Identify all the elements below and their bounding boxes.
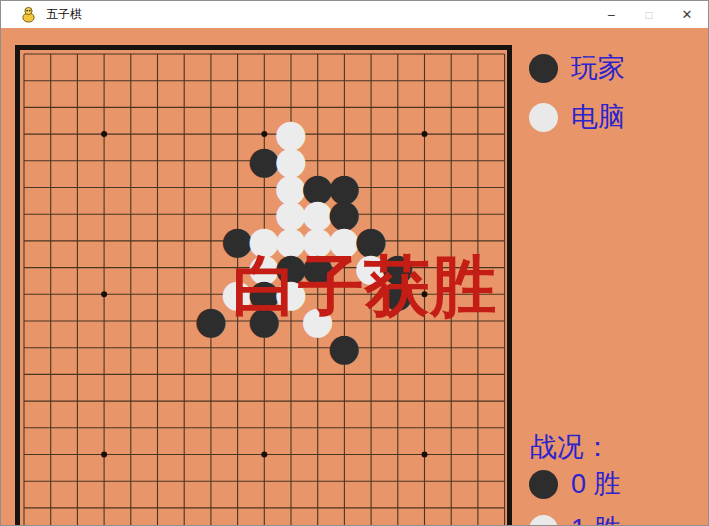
- board-cell[interactable]: [37, 227, 64, 254]
- board-cell[interactable]: [11, 307, 38, 334]
- board-cell[interactable]: [117, 120, 144, 147]
- board-cell[interactable]: [117, 307, 144, 334]
- board-cell[interactable]: [197, 521, 224, 526]
- board-cell[interactable]: [411, 147, 438, 174]
- board-cell[interactable]: [37, 40, 64, 67]
- board-cell[interactable]: [464, 147, 491, 174]
- board-cell[interactable]: [117, 147, 144, 174]
- board-cell[interactable]: [384, 120, 411, 147]
- board-cell[interactable]: [144, 334, 171, 361]
- board-cell[interactable]: [491, 40, 518, 67]
- board-cell[interactable]: [91, 467, 118, 494]
- board-cell[interactable]: [224, 40, 251, 67]
- board-cell[interactable]: [411, 174, 438, 201]
- board-cell[interactable]: [384, 414, 411, 441]
- board-cell[interactable]: [91, 280, 118, 307]
- board-cell[interactable]: [197, 120, 224, 147]
- board-cell[interactable]: [331, 360, 358, 387]
- board-cell[interactable]: [277, 414, 304, 441]
- board-cell[interactable]: [411, 494, 438, 521]
- board-cell[interactable]: [91, 360, 118, 387]
- black-stone-icon: [529, 54, 558, 83]
- board-cell[interactable]: [384, 494, 411, 521]
- board-cell[interactable]: [171, 227, 198, 254]
- board-cell[interactable]: [331, 120, 358, 147]
- board-cell[interactable]: [438, 441, 465, 468]
- board-cell[interactable]: [197, 387, 224, 414]
- board-cell[interactable]: [171, 441, 198, 468]
- board-cell[interactable]: [438, 414, 465, 441]
- board-cell[interactable]: [171, 494, 198, 521]
- board-cell[interactable]: [358, 414, 385, 441]
- board-cell[interactable]: [384, 94, 411, 121]
- board-cell[interactable]: [197, 67, 224, 94]
- board-cell[interactable]: [144, 94, 171, 121]
- board-cell[interactable]: [438, 147, 465, 174]
- board-cell[interactable]: [358, 441, 385, 468]
- board-cell[interactable]: [491, 467, 518, 494]
- board-cell[interactable]: [91, 200, 118, 227]
- board-cell[interactable]: [91, 94, 118, 121]
- board-cell[interactable]: [171, 120, 198, 147]
- board-cell[interactable]: [144, 414, 171, 441]
- board-cell[interactable]: [491, 67, 518, 94]
- board-cell[interactable]: [91, 441, 118, 468]
- board-cell[interactable]: [91, 227, 118, 254]
- board-cell[interactable]: [224, 441, 251, 468]
- board-cell[interactable]: [411, 40, 438, 67]
- board-cell[interactable]: [277, 441, 304, 468]
- board-cell[interactable]: [464, 67, 491, 94]
- board-cell[interactable]: [11, 174, 38, 201]
- board-cell[interactable]: [358, 521, 385, 526]
- board-cell[interactable]: [304, 360, 331, 387]
- board-cell[interactable]: [491, 414, 518, 441]
- board-cell[interactable]: [491, 334, 518, 361]
- board-cell[interactable]: [304, 94, 331, 121]
- board-cell[interactable]: [171, 414, 198, 441]
- board-cell[interactable]: [171, 360, 198, 387]
- board-cell[interactable]: [144, 40, 171, 67]
- board-cell[interactable]: [64, 494, 91, 521]
- board-cell[interactable]: [91, 414, 118, 441]
- board-cell[interactable]: [251, 67, 278, 94]
- board-cell[interactable]: [304, 120, 331, 147]
- board-cell[interactable]: [384, 521, 411, 526]
- board-cell[interactable]: [37, 147, 64, 174]
- board-cell[interactable]: [464, 387, 491, 414]
- board-cell[interactable]: [491, 494, 518, 521]
- board-cell[interactable]: [384, 467, 411, 494]
- score-black-row: 0 胜: [529, 469, 621, 499]
- board-cell[interactable]: [277, 360, 304, 387]
- board-cell[interactable]: [144, 174, 171, 201]
- board-cell[interactable]: [277, 67, 304, 94]
- board-cell[interactable]: [411, 467, 438, 494]
- board-cell[interactable]: [64, 521, 91, 526]
- board-cell[interactable]: [171, 467, 198, 494]
- board-cell[interactable]: [331, 387, 358, 414]
- board-cell[interactable]: [117, 174, 144, 201]
- board-cell[interactable]: [37, 67, 64, 94]
- board-cell[interactable]: [304, 467, 331, 494]
- board-cell[interactable]: [144, 147, 171, 174]
- board-cell[interactable]: [11, 280, 38, 307]
- board-cell[interactable]: [224, 67, 251, 94]
- board-cell[interactable]: [438, 40, 465, 67]
- board-cell[interactable]: [11, 494, 38, 521]
- board-cell[interactable]: [64, 200, 91, 227]
- board-cell[interactable]: [37, 360, 64, 387]
- board-cell[interactable]: [251, 494, 278, 521]
- board-cell[interactable]: [251, 387, 278, 414]
- board-cell[interactable]: [91, 387, 118, 414]
- board-cell[interactable]: [411, 120, 438, 147]
- board-cell[interactable]: [144, 200, 171, 227]
- board-cell[interactable]: [11, 67, 38, 94]
- board-cell[interactable]: [64, 334, 91, 361]
- board-cell[interactable]: [64, 147, 91, 174]
- board-cell[interactable]: [331, 494, 358, 521]
- board-cell[interactable]: [224, 521, 251, 526]
- board-cell[interactable]: [358, 334, 385, 361]
- board-cell[interactable]: [144, 441, 171, 468]
- board-cell[interactable]: [91, 40, 118, 67]
- board-cell[interactable]: [91, 254, 118, 281]
- board-cell[interactable]: [64, 307, 91, 334]
- board-cell[interactable]: [117, 40, 144, 67]
- board-cell[interactable]: [197, 360, 224, 387]
- board-cell[interactable]: [384, 174, 411, 201]
- board-cell[interactable]: [358, 494, 385, 521]
- board-cell[interactable]: [224, 467, 251, 494]
- board-cell[interactable]: [91, 494, 118, 521]
- board-cell[interactable]: [411, 360, 438, 387]
- board-cell[interactable]: [491, 200, 518, 227]
- board-cell[interactable]: [384, 360, 411, 387]
- board-cell[interactable]: [411, 414, 438, 441]
- board-cell[interactable]: [491, 360, 518, 387]
- board-cell[interactable]: [224, 174, 251, 201]
- board-cell[interactable]: [144, 521, 171, 526]
- board-cell[interactable]: [64, 40, 91, 67]
- board-cell[interactable]: [144, 67, 171, 94]
- board-cell[interactable]: [37, 467, 64, 494]
- board-cell[interactable]: [224, 94, 251, 121]
- board-cell[interactable]: [464, 521, 491, 526]
- board-cell[interactable]: [304, 67, 331, 94]
- board-cell[interactable]: [331, 467, 358, 494]
- board-cell[interactable]: [277, 521, 304, 526]
- board-cell[interactable]: [358, 387, 385, 414]
- board-cell[interactable]: [171, 40, 198, 67]
- board-cell[interactable]: [224, 360, 251, 387]
- board-cell[interactable]: [277, 494, 304, 521]
- board-cell[interactable]: [384, 147, 411, 174]
- board-cell[interactable]: [117, 94, 144, 121]
- board-cell[interactable]: [37, 414, 64, 441]
- board-cell[interactable]: [304, 387, 331, 414]
- board-cell[interactable]: [11, 521, 38, 526]
- board-cell[interactable]: [411, 67, 438, 94]
- board-cell[interactable]: [224, 494, 251, 521]
- board-cell[interactable]: [358, 94, 385, 121]
- board-cell[interactable]: [11, 360, 38, 387]
- board-cell[interactable]: [171, 334, 198, 361]
- board-cell[interactable]: [91, 174, 118, 201]
- board-cell[interactable]: [491, 441, 518, 468]
- board-cell[interactable]: [331, 40, 358, 67]
- board-cell[interactable]: [464, 174, 491, 201]
- board-cell[interactable]: [11, 441, 38, 468]
- board-cell[interactable]: [411, 387, 438, 414]
- board-cell[interactable]: [277, 467, 304, 494]
- board-cell[interactable]: [384, 40, 411, 67]
- board-cell[interactable]: [438, 334, 465, 361]
- board-cell[interactable]: [438, 521, 465, 526]
- board-cell[interactable]: [91, 334, 118, 361]
- board-cell[interactable]: [464, 441, 491, 468]
- board-cell[interactable]: [331, 67, 358, 94]
- board-cell[interactable]: [251, 441, 278, 468]
- board-cell[interactable]: [144, 494, 171, 521]
- board-cell[interactable]: [37, 494, 64, 521]
- board-cell[interactable]: [117, 387, 144, 414]
- board-cell[interactable]: [464, 414, 491, 441]
- board-cell[interactable]: [384, 387, 411, 414]
- board-cell[interactable]: [384, 334, 411, 361]
- board-cell[interactable]: [491, 94, 518, 121]
- board-cell[interactable]: [11, 414, 38, 441]
- board-cell[interactable]: [144, 467, 171, 494]
- board-cell[interactable]: [144, 227, 171, 254]
- board-cell[interactable]: [251, 334, 278, 361]
- board-cell[interactable]: [464, 467, 491, 494]
- board-cell[interactable]: [438, 387, 465, 414]
- board-cell[interactable]: [464, 120, 491, 147]
- board-cell[interactable]: [91, 67, 118, 94]
- board-cell[interactable]: [37, 441, 64, 468]
- board-cell[interactable]: [117, 334, 144, 361]
- board-cell[interactable]: [464, 494, 491, 521]
- board-cell[interactable]: [358, 147, 385, 174]
- board-cell[interactable]: [144, 307, 171, 334]
- board-cell[interactable]: [11, 200, 38, 227]
- board-cell[interactable]: [197, 40, 224, 67]
- computer-label: 电脑: [571, 99, 625, 135]
- board-cell[interactable]: [358, 40, 385, 67]
- board-cell[interactable]: [304, 494, 331, 521]
- board-cell[interactable]: [64, 414, 91, 441]
- board-cell[interactable]: [224, 414, 251, 441]
- board-cell[interactable]: [197, 414, 224, 441]
- board-cell[interactable]: [64, 467, 91, 494]
- board-cell[interactable]: [331, 414, 358, 441]
- board-cell[interactable]: [11, 40, 38, 67]
- board-cell[interactable]: [91, 521, 118, 526]
- board-cell[interactable]: [64, 360, 91, 387]
- board-cell[interactable]: [117, 67, 144, 94]
- board-cell[interactable]: [491, 120, 518, 147]
- board-cell[interactable]: [64, 94, 91, 121]
- board-cell[interactable]: [64, 174, 91, 201]
- board-cell[interactable]: [358, 467, 385, 494]
- board-cell[interactable]: [464, 200, 491, 227]
- board-cell[interactable]: [144, 254, 171, 281]
- board-cell[interactable]: [64, 67, 91, 94]
- board-cell[interactable]: [251, 360, 278, 387]
- board-cell[interactable]: [251, 467, 278, 494]
- black-stone: ●: [328, 334, 361, 361]
- board-cell[interactable]: ●: [197, 307, 224, 334]
- board-cell[interactable]: [491, 174, 518, 201]
- board-cell[interactable]: [491, 147, 518, 174]
- board-cell[interactable]: [171, 174, 198, 201]
- board-cell[interactable]: [277, 334, 304, 361]
- board-cell[interactable]: [11, 334, 38, 361]
- board-cell[interactable]: [411, 521, 438, 526]
- board-cell[interactable]: [171, 67, 198, 94]
- board-cell[interactable]: [464, 94, 491, 121]
- maximize-button[interactable]: □: [630, 1, 668, 28]
- board-cell[interactable]: [304, 40, 331, 67]
- board-cell[interactable]: [37, 120, 64, 147]
- board-cell[interactable]: [411, 200, 438, 227]
- board-cell[interactable]: [64, 280, 91, 307]
- board-cell[interactable]: [117, 521, 144, 526]
- board-cell[interactable]: [144, 387, 171, 414]
- board-cell[interactable]: [117, 254, 144, 281]
- board-cell[interactable]: [224, 334, 251, 361]
- close-button[interactable]: ✕: [668, 1, 706, 28]
- board-cell[interactable]: [464, 360, 491, 387]
- board-cell[interactable]: [438, 360, 465, 387]
- board-cell[interactable]: [491, 387, 518, 414]
- board-cell[interactable]: [277, 40, 304, 67]
- board-cell[interactable]: [464, 334, 491, 361]
- board-cell[interactable]: [438, 120, 465, 147]
- board-cell[interactable]: [117, 441, 144, 468]
- board-cell[interactable]: [197, 147, 224, 174]
- board-cell[interactable]: [197, 467, 224, 494]
- white-stone-icon: [529, 103, 558, 132]
- board-cell[interactable]: [171, 387, 198, 414]
- board-cell[interactable]: [37, 307, 64, 334]
- board-cell[interactable]: [11, 387, 38, 414]
- board-cell[interactable]: [251, 521, 278, 526]
- board-cell[interactable]: [438, 200, 465, 227]
- board-cell[interactable]: [37, 174, 64, 201]
- board-cell[interactable]: [144, 280, 171, 307]
- board-cell[interactable]: [91, 147, 118, 174]
- board-cell[interactable]: [438, 467, 465, 494]
- board-cell[interactable]: [358, 120, 385, 147]
- board-cell[interactable]: [11, 227, 38, 254]
- board-cell[interactable]: [358, 67, 385, 94]
- board-cell[interactable]: [251, 414, 278, 441]
- board-cell[interactable]: [331, 94, 358, 121]
- board-cell[interactable]: [384, 67, 411, 94]
- board-cell[interactable]: [11, 94, 38, 121]
- board-cell[interactable]: [304, 414, 331, 441]
- board-cell[interactable]: [411, 94, 438, 121]
- board-cell[interactable]: [37, 280, 64, 307]
- board-cell[interactable]: [277, 387, 304, 414]
- title-bar: 五子棋 − □ ✕: [1, 1, 708, 28]
- board-cell[interactable]: [384, 200, 411, 227]
- board-cell[interactable]: [117, 360, 144, 387]
- board-cell[interactable]: [11, 254, 38, 281]
- board-cell[interactable]: [197, 94, 224, 121]
- board-cell[interactable]: [304, 441, 331, 468]
- board-cell[interactable]: [37, 387, 64, 414]
- board-cell[interactable]: [117, 494, 144, 521]
- board-cell[interactable]: [464, 40, 491, 67]
- board-cell[interactable]: [251, 40, 278, 67]
- board-cell[interactable]: [64, 227, 91, 254]
- board-cell[interactable]: [171, 521, 198, 526]
- board-cell[interactable]: [37, 200, 64, 227]
- board-cell[interactable]: [64, 441, 91, 468]
- board-cell[interactable]: [37, 334, 64, 361]
- board-cell[interactable]: [117, 227, 144, 254]
- board-cell[interactable]: [171, 147, 198, 174]
- board-cell[interactable]: [438, 67, 465, 94]
- board-cell[interactable]: [331, 521, 358, 526]
- board-cell[interactable]: [37, 254, 64, 281]
- board-cell[interactable]: [358, 360, 385, 387]
- board-cell[interactable]: [64, 254, 91, 281]
- board-cell[interactable]: [384, 441, 411, 468]
- board-cell[interactable]: ●: [331, 334, 358, 361]
- board-cell[interactable]: [117, 414, 144, 441]
- board-cell[interactable]: [491, 521, 518, 526]
- board-cell[interactable]: [37, 94, 64, 121]
- board-cell[interactable]: [11, 120, 38, 147]
- board-cell[interactable]: [117, 280, 144, 307]
- board-cell[interactable]: [197, 334, 224, 361]
- board-cell[interactable]: [117, 467, 144, 494]
- board-cell[interactable]: [171, 200, 198, 227]
- board-cell[interactable]: [197, 494, 224, 521]
- board-cell[interactable]: [144, 120, 171, 147]
- board-cell[interactable]: [11, 147, 38, 174]
- board-cell[interactable]: [224, 387, 251, 414]
- board-cell[interactable]: [411, 441, 438, 468]
- board-cell[interactable]: [64, 120, 91, 147]
- board-cell[interactable]: [144, 360, 171, 387]
- board-cell[interactable]: [171, 254, 198, 281]
- board-cell[interactable]: [197, 441, 224, 468]
- board-cell[interactable]: [91, 120, 118, 147]
- board-cell[interactable]: [197, 174, 224, 201]
- board-cell[interactable]: [331, 441, 358, 468]
- board-cell[interactable]: [37, 521, 64, 526]
- board-cell[interactable]: [11, 467, 38, 494]
- board-cell[interactable]: [224, 120, 251, 147]
- board-cell[interactable]: [171, 94, 198, 121]
- board-cell[interactable]: [64, 387, 91, 414]
- board-cell[interactable]: [438, 94, 465, 121]
- board-cell[interactable]: [358, 174, 385, 201]
- board-cell[interactable]: [117, 200, 144, 227]
- board-cell[interactable]: [304, 521, 331, 526]
- board-cell[interactable]: [438, 174, 465, 201]
- board-cell[interactable]: [438, 494, 465, 521]
- board-cell[interactable]: [91, 307, 118, 334]
- minimize-button[interactable]: −: [592, 1, 630, 28]
- board-cell[interactable]: [411, 334, 438, 361]
